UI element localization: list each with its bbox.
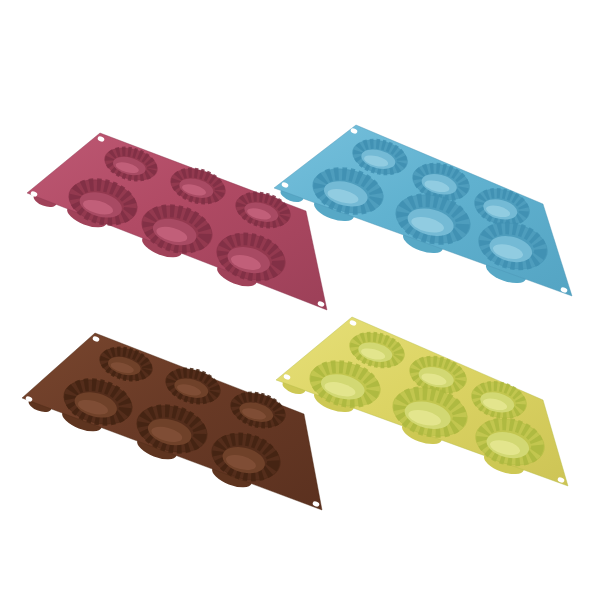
molds-scene: [0, 0, 600, 600]
mold-pink: [27, 133, 327, 310]
product-photo: Four six-cavity fluted silicone tartlet …: [0, 0, 600, 600]
mold-brown: [22, 333, 322, 510]
mold-yellow: [276, 317, 568, 486]
